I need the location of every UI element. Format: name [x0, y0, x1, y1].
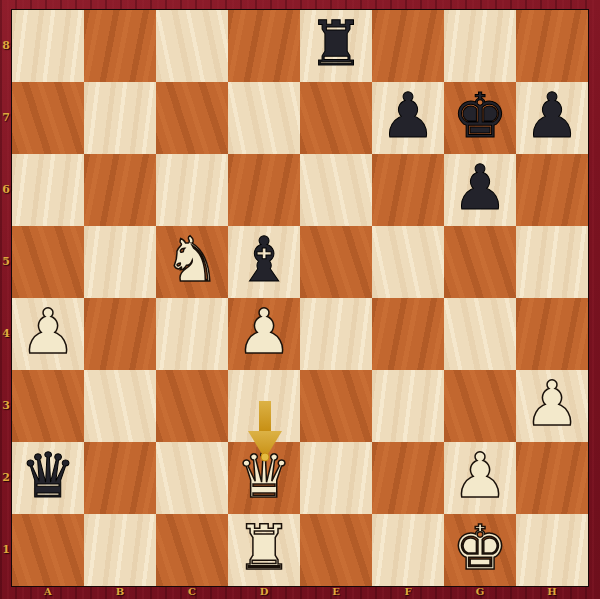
square-h3[interactable]: ♟: [516, 370, 588, 442]
square-c4[interactable]: [156, 298, 228, 370]
square-b3[interactable]: [84, 370, 156, 442]
piece-black-queen-a2[interactable]: ♛: [20, 440, 76, 512]
square-a2[interactable]: ♛: [12, 442, 84, 514]
piece-black-king-g7[interactable]: ♚: [452, 80, 508, 152]
chess-board: ♜♟♚♟♟♞♝♟♟♟♛♛♟♜♚: [12, 10, 588, 586]
square-g4[interactable]: [444, 298, 516, 370]
piece-white-rook-d1[interactable]: ♜: [236, 512, 292, 584]
square-a8[interactable]: [12, 10, 84, 82]
file-label-c: C: [156, 585, 228, 598]
square-c2[interactable]: [156, 442, 228, 514]
square-a1[interactable]: [12, 514, 84, 586]
square-g6[interactable]: ♟: [444, 154, 516, 226]
square-d1[interactable]: ♜: [228, 514, 300, 586]
square-a4[interactable]: ♟: [12, 298, 84, 370]
square-b6[interactable]: [84, 154, 156, 226]
square-e4[interactable]: [300, 298, 372, 370]
square-h8[interactable]: [516, 10, 588, 82]
square-d5[interactable]: ♝: [228, 226, 300, 298]
square-b8[interactable]: [84, 10, 156, 82]
square-d7[interactable]: [228, 82, 300, 154]
square-d3[interactable]: [228, 370, 300, 442]
square-g2[interactable]: ♟: [444, 442, 516, 514]
square-h2[interactable]: [516, 442, 588, 514]
square-h5[interactable]: [516, 226, 588, 298]
square-b5[interactable]: [84, 226, 156, 298]
piece-white-pawn-d4[interactable]: ♟: [236, 296, 292, 368]
square-f6[interactable]: [372, 154, 444, 226]
square-h7[interactable]: ♟: [516, 82, 588, 154]
square-d8[interactable]: [228, 10, 300, 82]
square-g1[interactable]: ♚: [444, 514, 516, 586]
square-c7[interactable]: [156, 82, 228, 154]
piece-black-pawn-g6[interactable]: ♟: [452, 152, 508, 224]
rank-label-3: 3: [0, 400, 12, 412]
piece-white-knight-c5[interactable]: ♞: [164, 224, 220, 296]
square-e2[interactable]: [300, 442, 372, 514]
square-e6[interactable]: [300, 154, 372, 226]
piece-white-pawn-g2[interactable]: ♟: [452, 440, 508, 512]
file-label-g: G: [444, 585, 516, 598]
square-g8[interactable]: [444, 10, 516, 82]
square-c6[interactable]: [156, 154, 228, 226]
piece-black-pawn-h7[interactable]: ♟: [524, 80, 580, 152]
rank-label-2: 2: [0, 472, 12, 484]
square-a7[interactable]: [12, 82, 84, 154]
square-e7[interactable]: [300, 82, 372, 154]
file-label-b: B: [84, 585, 156, 598]
rank-label-7: 7: [0, 112, 12, 124]
square-c5[interactable]: ♞: [156, 226, 228, 298]
square-e5[interactable]: [300, 226, 372, 298]
rank-label-6: 6: [0, 184, 12, 196]
square-b1[interactable]: [84, 514, 156, 586]
file-label-f: F: [372, 585, 444, 598]
square-d4[interactable]: ♟: [228, 298, 300, 370]
square-h6[interactable]: [516, 154, 588, 226]
square-a5[interactable]: [12, 226, 84, 298]
square-g3[interactable]: [444, 370, 516, 442]
square-f7[interactable]: ♟: [372, 82, 444, 154]
rank-label-1: 1: [0, 544, 12, 556]
piece-black-pawn-f7[interactable]: ♟: [380, 80, 436, 152]
square-c3[interactable]: [156, 370, 228, 442]
square-f3[interactable]: [372, 370, 444, 442]
rank-label-5: 5: [0, 256, 12, 268]
square-f1[interactable]: [372, 514, 444, 586]
piece-white-pawn-h3[interactable]: ♟: [524, 368, 580, 440]
square-b4[interactable]: [84, 298, 156, 370]
file-label-e: E: [300, 585, 372, 598]
square-h1[interactable]: [516, 514, 588, 586]
piece-white-queen-d2[interactable]: ♛: [236, 440, 292, 512]
square-e1[interactable]: [300, 514, 372, 586]
square-b7[interactable]: [84, 82, 156, 154]
square-e3[interactable]: [300, 370, 372, 442]
square-f2[interactable]: [372, 442, 444, 514]
square-b2[interactable]: [84, 442, 156, 514]
square-e8[interactable]: ♜: [300, 10, 372, 82]
square-d6[interactable]: [228, 154, 300, 226]
square-f5[interactable]: [372, 226, 444, 298]
square-f4[interactable]: [372, 298, 444, 370]
square-f8[interactable]: [372, 10, 444, 82]
square-a3[interactable]: [12, 370, 84, 442]
square-d2[interactable]: ♛: [228, 442, 300, 514]
piece-white-pawn-a4[interactable]: ♟: [20, 296, 76, 368]
rank-label-4: 4: [0, 328, 12, 340]
square-c1[interactable]: [156, 514, 228, 586]
square-g5[interactable]: [444, 226, 516, 298]
square-c8[interactable]: [156, 10, 228, 82]
piece-white-king-g1[interactable]: ♚: [452, 512, 508, 584]
square-g7[interactable]: ♚: [444, 82, 516, 154]
file-label-a: A: [12, 585, 84, 598]
file-label-d: D: [228, 585, 300, 598]
rank-label-8: 8: [0, 40, 12, 52]
file-label-h: H: [516, 585, 588, 598]
piece-black-rook-e8[interactable]: ♜: [308, 8, 364, 80]
square-h4[interactable]: [516, 298, 588, 370]
board-frame: ♜♟♚♟♟♞♝♟♟♟♛♛♟♜♚ 12345678 ABCDEFGH: [0, 0, 600, 599]
square-a6[interactable]: [12, 154, 84, 226]
piece-black-bishop-d5[interactable]: ♝: [236, 224, 292, 296]
